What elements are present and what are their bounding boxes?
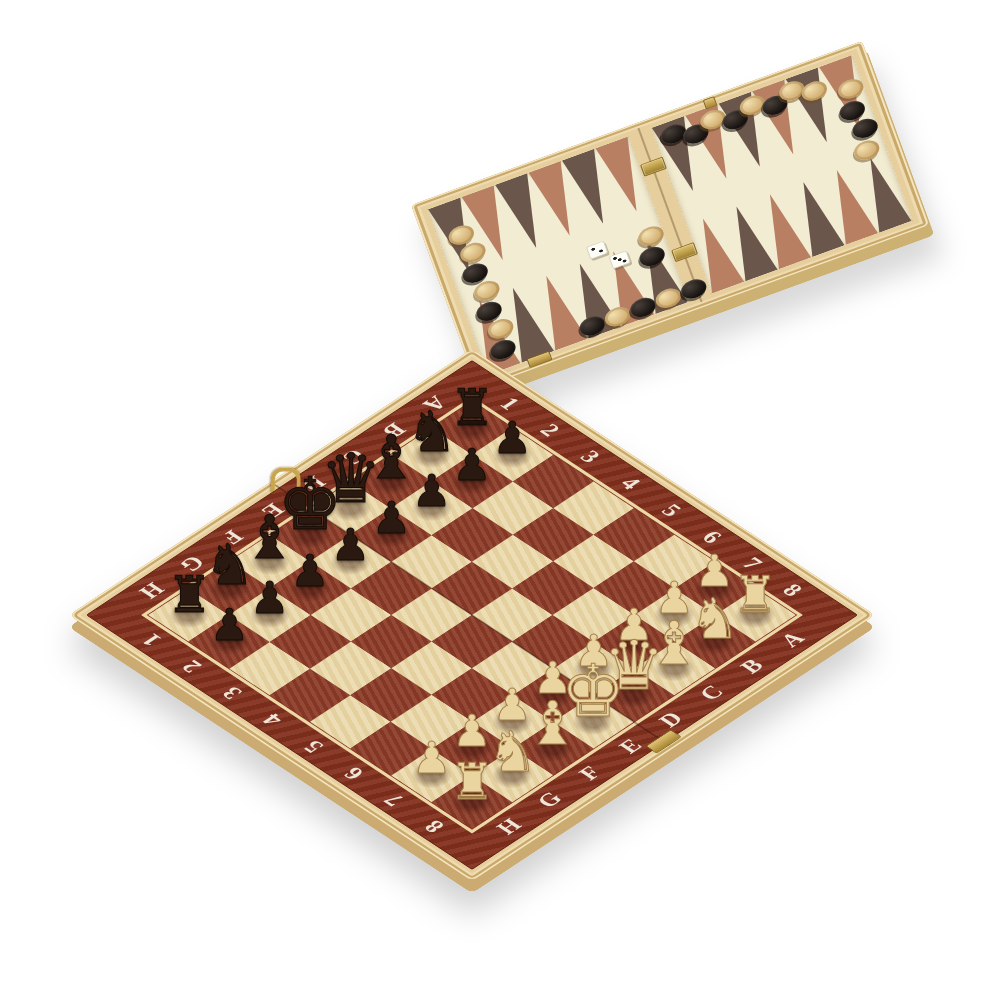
chess-board: HH11GG22FF33EE44DD55CC66BB77AA88 ♜♞♝♚♛♝♞…	[69, 349, 875, 881]
die-showing-2	[586, 241, 608, 260]
pawn-glyph-icon: ♟	[452, 710, 491, 754]
pawn-glyph-icon: ♟	[452, 442, 491, 486]
backgammon-case-scene	[430, 75, 910, 355]
product-photo-canvas: HH11GG22FF33EE44DD55CC66BB77AA88 ♜♞♝♚♛♝♞…	[0, 0, 1000, 1000]
pawn-glyph-icon: ♟	[209, 603, 248, 647]
pawn-glyph-icon: ♟	[493, 416, 532, 460]
rook-glyph-icon: ♜	[733, 570, 778, 620]
pawn-glyph-icon: ♟	[331, 523, 370, 567]
pawn-glyph-icon: ♟	[412, 736, 451, 780]
pawn-glyph-icon: ♟	[412, 469, 451, 513]
pawn-glyph-icon: ♟	[290, 549, 329, 593]
pawn-glyph-icon: ♟	[371, 496, 410, 540]
chess-board-scene: HH11GG22FF33EE44DD55CC66BB77AA88 ♜♞♝♚♛♝♞…	[187, 330, 757, 900]
pawn-glyph-icon: ♟	[250, 576, 289, 620]
chess-pieces: ♜♞♝♚♛♝♞♜♟♟♟♟♟♟♟♟♟♟♟♟♟♟♟♟♜♞♝♚♛♝♞♜	[69, 349, 875, 881]
rook-glyph-icon: ♜	[450, 383, 495, 433]
die-showing-3	[609, 250, 631, 269]
